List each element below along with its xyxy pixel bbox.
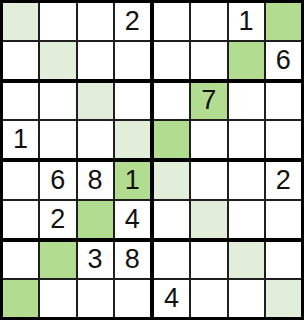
box-r4c2: 4	[154, 242, 301, 318]
cell-r7c7[interactable]	[229, 242, 264, 279]
cell-r7c5[interactable]	[154, 242, 189, 279]
cell-r3c3[interactable]	[78, 83, 113, 120]
box-r2c2: 7	[154, 83, 301, 159]
cell-r7c2[interactable]	[40, 242, 75, 279]
cell-r4c2[interactable]	[40, 121, 75, 158]
cell-r7c6[interactable]	[191, 242, 226, 279]
cell-r7c1[interactable]	[3, 242, 38, 279]
cell-r8c3[interactable]	[78, 280, 113, 317]
cell-r4c4[interactable]	[115, 121, 150, 158]
cell-r4c3[interactable]	[78, 121, 113, 158]
cell-r2c7[interactable]	[229, 42, 264, 79]
cell-r8c6[interactable]	[191, 280, 226, 317]
cell-r5c5[interactable]	[154, 162, 189, 199]
cell-r6c3[interactable]	[78, 201, 113, 238]
cell-r8c5[interactable]: 4	[154, 280, 189, 317]
cell-r1c8[interactable]	[266, 3, 301, 40]
box-r2c1: 1	[3, 83, 150, 159]
cell-r6c4[interactable]: 4	[115, 201, 150, 238]
cell-r8c1[interactable]	[3, 280, 38, 317]
cell-r5c3[interactable]: 8	[78, 162, 113, 199]
box-r3c2: 2	[154, 162, 301, 238]
cell-r2c4[interactable]	[115, 42, 150, 79]
cell-r3c2[interactable]	[40, 83, 75, 120]
cell-r1c5[interactable]	[154, 3, 189, 40]
cell-r8c2[interactable]	[40, 280, 75, 317]
cell-r3c7[interactable]	[229, 83, 264, 120]
cell-r7c8[interactable]	[266, 242, 301, 279]
cell-r8c7[interactable]	[229, 280, 264, 317]
box-r1c2: 16	[154, 3, 301, 79]
cell-r5c8[interactable]: 2	[266, 162, 301, 199]
cell-r2c2[interactable]	[40, 42, 75, 79]
cell-r6c7[interactable]	[229, 201, 264, 238]
cell-r1c4[interactable]: 2	[115, 3, 150, 40]
cell-r2c8[interactable]: 6	[266, 42, 301, 79]
box-r3c1: 68124	[3, 162, 150, 238]
cell-r6c1[interactable]	[3, 201, 38, 238]
cell-r5c4[interactable]: 1	[115, 162, 150, 199]
cell-r1c3[interactable]	[78, 3, 113, 40]
cell-r1c1[interactable]	[3, 3, 38, 40]
sudoku-page: 21617681242384	[0, 0, 304, 320]
cell-r5c7[interactable]	[229, 162, 264, 199]
cell-r3c5[interactable]	[154, 83, 189, 120]
cell-r3c4[interactable]	[115, 83, 150, 120]
cell-r5c2[interactable]: 6	[40, 162, 75, 199]
cell-r8c8[interactable]	[266, 280, 301, 317]
sudoku-board: 21617681242384	[0, 0, 304, 320]
cell-r4c7[interactable]	[229, 121, 264, 158]
cell-r7c3[interactable]: 3	[78, 242, 113, 279]
cell-r2c3[interactable]	[78, 42, 113, 79]
cell-r5c1[interactable]	[3, 162, 38, 199]
cell-r1c7[interactable]: 1	[229, 3, 264, 40]
cell-r7c4[interactable]: 8	[115, 242, 150, 279]
cell-r1c2[interactable]	[40, 3, 75, 40]
cell-r8c4[interactable]	[115, 280, 150, 317]
cell-r3c6[interactable]: 7	[191, 83, 226, 120]
cell-r6c6[interactable]	[191, 201, 226, 238]
cell-r2c1[interactable]	[3, 42, 38, 79]
cell-r6c5[interactable]	[154, 201, 189, 238]
cell-r4c8[interactable]	[266, 121, 301, 158]
cell-r5c6[interactable]	[191, 162, 226, 199]
cell-r2c6[interactable]	[191, 42, 226, 79]
cell-r1c6[interactable]	[191, 3, 226, 40]
cell-r4c6[interactable]	[191, 121, 226, 158]
cell-r6c8[interactable]	[266, 201, 301, 238]
cell-r6c2[interactable]: 2	[40, 201, 75, 238]
cell-r2c5[interactable]	[154, 42, 189, 79]
cell-r4c1[interactable]: 1	[3, 121, 38, 158]
cell-r4c5[interactable]	[154, 121, 189, 158]
box-r4c1: 38	[3, 242, 150, 318]
box-r1c1: 2	[3, 3, 150, 79]
cell-r3c1[interactable]	[3, 83, 38, 120]
cell-r3c8[interactable]	[266, 83, 301, 120]
